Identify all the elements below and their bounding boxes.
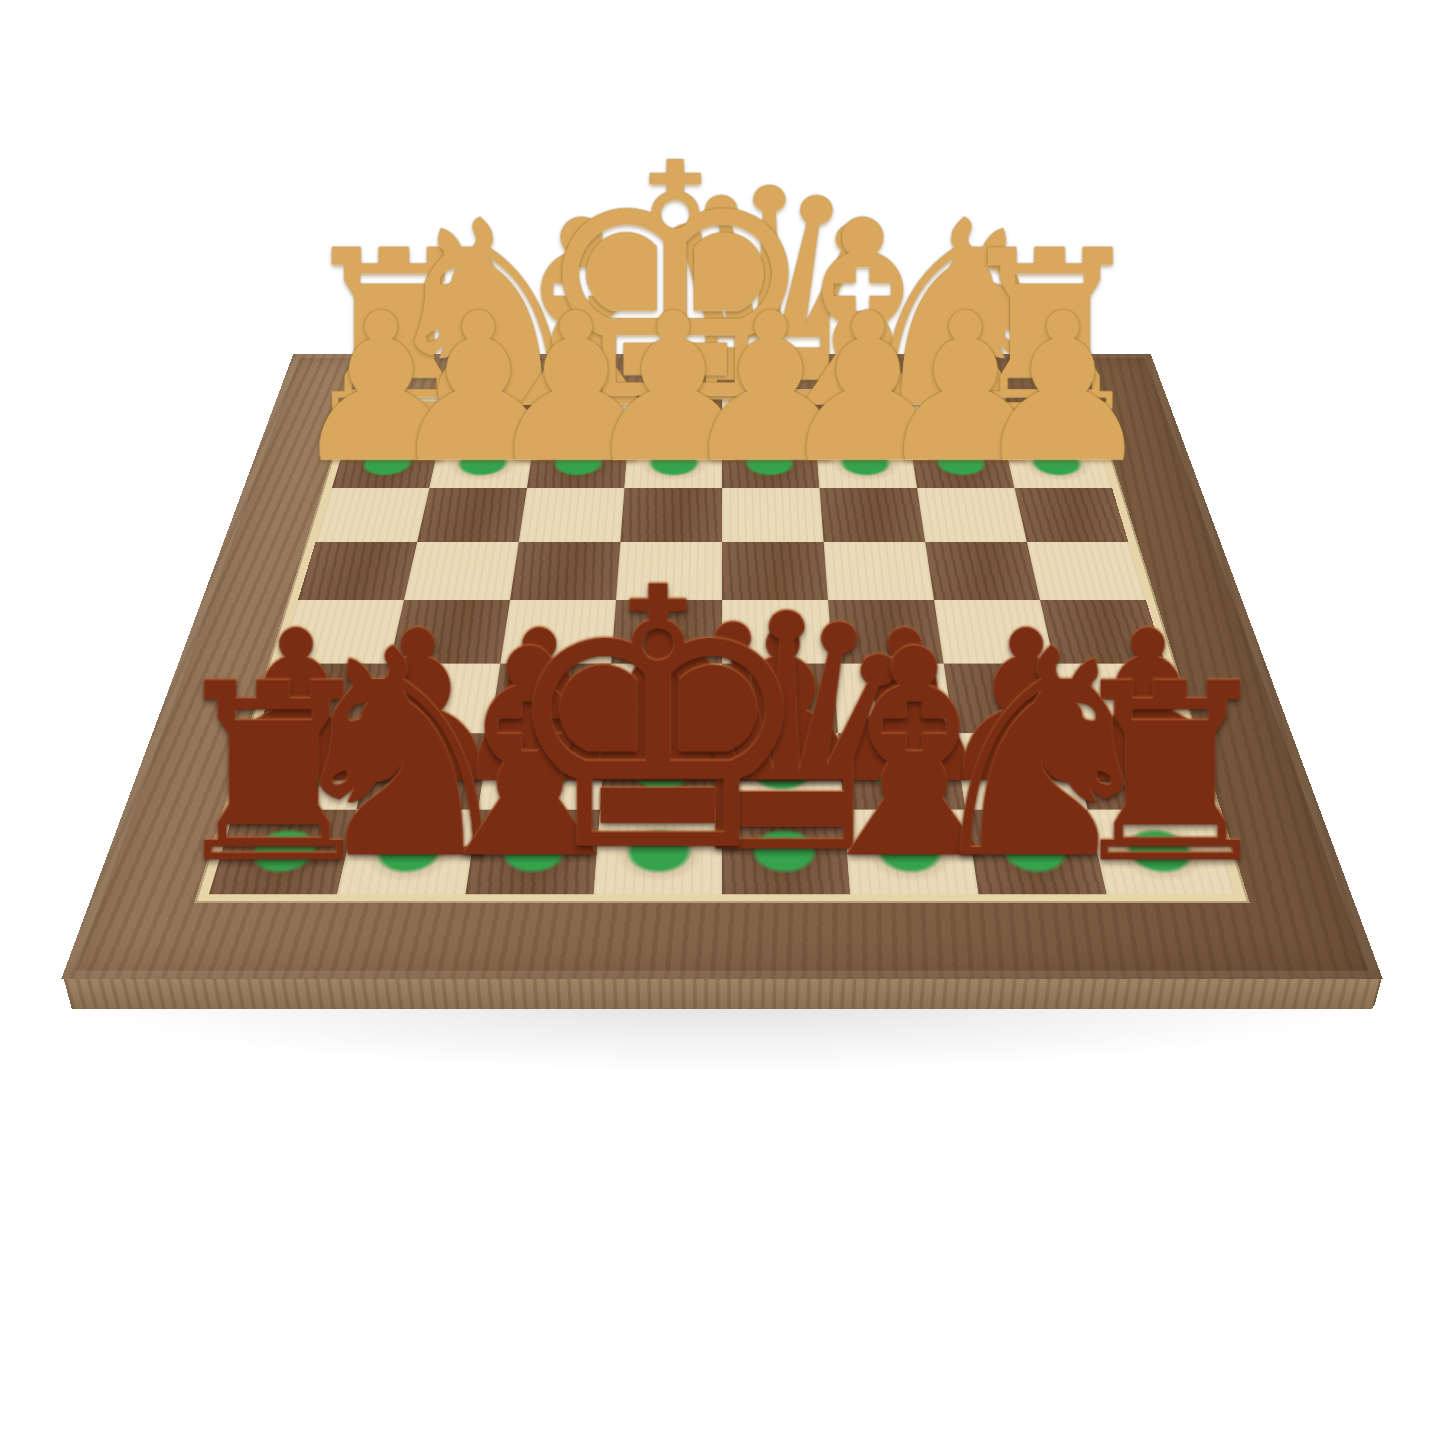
square-b8[interactable]: ♞ xyxy=(966,810,1107,895)
square-c3[interactable] xyxy=(820,488,926,542)
square-e8[interactable]: ♚ xyxy=(594,810,722,895)
scene: ♜♞♝♚♛♝♞♜♟♟♟♟♟♟♟♟♟♟♟♟♟♟♟♟♜♞♝♚♛♝♞♜ xyxy=(202,80,1242,1120)
board-edge-near xyxy=(64,979,1380,1009)
chessboard-photo: ♜♞♝♚♛♝♞♜♟♟♟♟♟♟♟♟♟♟♟♟♟♟♟♟♜♞♝♚♛♝♞♜ xyxy=(0,0,1445,1445)
square-a3[interactable] xyxy=(1015,488,1129,542)
square-h3[interactable] xyxy=(316,488,430,542)
maple-inlay-line: ♜♞♝♚♛♝♞♜♟♟♟♟♟♟♟♟♟♟♟♟♟♟♟♟♜♞♝♚♛♝♞♜ xyxy=(194,389,1250,903)
board-grid: ♜♞♝♚♛♝♞♜♟♟♟♟♟♟♟♟♟♟♟♟♟♟♟♟♜♞♝♚♛♝♞♜ xyxy=(209,393,1235,895)
square-a2[interactable]: ♟ xyxy=(1003,439,1112,488)
chess-board: ♜♞♝♚♛♝♞♜♟♟♟♟♟♟♟♟♟♟♟♟♟♟♟♟♜♞♝♚♛♝♞♜ xyxy=(61,354,1382,979)
black-king[interactable]: ♚ xyxy=(497,551,819,892)
white-pawn[interactable]: ♟ xyxy=(971,292,1155,487)
square-b3[interactable] xyxy=(917,488,1027,542)
black-knight[interactable]: ♞ xyxy=(914,620,1171,892)
